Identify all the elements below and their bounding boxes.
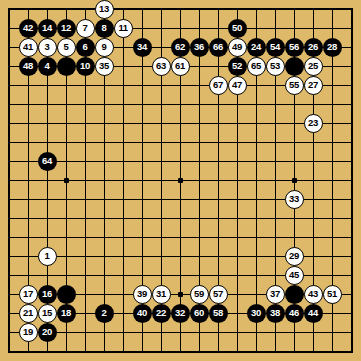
stone-white-49[interactable]: 49 — [228, 38, 247, 57]
stone-white-45[interactable]: 45 — [285, 266, 304, 285]
stone-white-33[interactable]: 33 — [285, 190, 304, 209]
stone-white-15[interactable]: 15 — [38, 304, 57, 323]
stone-black-16[interactable]: 16 — [38, 285, 57, 304]
stone-white-39[interactable]: 39 — [133, 285, 152, 304]
stone-white-55[interactable]: 55 — [285, 76, 304, 95]
stone-black-32[interactable]: 32 — [171, 304, 190, 323]
stone-black-8[interactable]: 8 — [95, 19, 114, 38]
stone-white-5[interactable]: 5 — [57, 38, 76, 57]
stone-black-58[interactable]: 58 — [209, 304, 228, 323]
stone-black-4[interactable]: 4 — [38, 57, 57, 76]
stone-white-67[interactable]: 67 — [209, 76, 228, 95]
stone-white-37[interactable]: 37 — [266, 285, 285, 304]
stone-white-17[interactable]: 17 — [19, 285, 38, 304]
stone-black-28[interactable]: 28 — [323, 38, 342, 57]
stone-black-2[interactable]: 2 — [95, 304, 114, 323]
stone-black-46[interactable]: 46 — [285, 304, 304, 323]
stone-white-43[interactable]: 43 — [304, 285, 323, 304]
stone-black-44[interactable]: 44 — [304, 304, 323, 323]
stone-black-14[interactable]: 14 — [38, 19, 57, 38]
stone-black-20[interactable]: 20 — [38, 323, 57, 342]
stone-white-53[interactable]: 53 — [266, 57, 285, 76]
stone-white-41[interactable]: 41 — [19, 38, 38, 57]
stone-white-57[interactable]: 57 — [209, 285, 228, 304]
stone-white-65[interactable]: 65 — [247, 57, 266, 76]
stone-black-26[interactable]: 26 — [304, 38, 323, 57]
stone-black-42[interactable]: 42 — [19, 19, 38, 38]
stone-black-34[interactable]: 34 — [133, 38, 152, 57]
stone-white-11[interactable]: 11 — [114, 19, 133, 38]
stone-white-9[interactable]: 9 — [95, 38, 114, 57]
stone-black-22[interactable]: 22 — [152, 304, 171, 323]
stone-white-51[interactable]: 51 — [323, 285, 342, 304]
stone-white-35[interactable]: 35 — [95, 57, 114, 76]
stone-black-handicap[interactable] — [57, 285, 76, 304]
stone-black-handicap[interactable] — [285, 285, 304, 304]
stone-white-31[interactable]: 31 — [152, 285, 171, 304]
stone-black-12[interactable]: 12 — [57, 19, 76, 38]
stone-black-64[interactable]: 64 — [38, 152, 57, 171]
stone-black-36[interactable]: 36 — [190, 38, 209, 57]
stone-white-23[interactable]: 23 — [304, 114, 323, 133]
stone-black-50[interactable]: 50 — [228, 19, 247, 38]
stone-black-62[interactable]: 62 — [171, 38, 190, 57]
stone-white-1[interactable]: 1 — [38, 247, 57, 266]
stone-black-54[interactable]: 54 — [266, 38, 285, 57]
stone-black-38[interactable]: 38 — [266, 304, 285, 323]
stone-white-13[interactable]: 13 — [95, 0, 114, 19]
go-board[interactable]: 1234567891011121314151617181920212223242… — [0, 0, 361, 361]
stone-white-29[interactable]: 29 — [285, 247, 304, 266]
stone-white-3[interactable]: 3 — [38, 38, 57, 57]
stone-white-61[interactable]: 61 — [171, 57, 190, 76]
stone-black-40[interactable]: 40 — [133, 304, 152, 323]
stone-black-handicap[interactable] — [285, 57, 304, 76]
stone-black-10[interactable]: 10 — [76, 57, 95, 76]
stone-white-25[interactable]: 25 — [304, 57, 323, 76]
stone-white-47[interactable]: 47 — [228, 76, 247, 95]
stone-black-48[interactable]: 48 — [19, 57, 38, 76]
stone-white-7[interactable]: 7 — [76, 19, 95, 38]
stone-black-30[interactable]: 30 — [247, 304, 266, 323]
stone-white-59[interactable]: 59 — [190, 285, 209, 304]
stone-black-handicap[interactable] — [57, 57, 76, 76]
stones-layer: 1234567891011121314151617181920212223242… — [0, 0, 361, 361]
stone-black-60[interactable]: 60 — [190, 304, 209, 323]
stone-white-21[interactable]: 21 — [19, 304, 38, 323]
stone-black-66[interactable]: 66 — [209, 38, 228, 57]
stone-black-24[interactable]: 24 — [247, 38, 266, 57]
stone-white-63[interactable]: 63 — [152, 57, 171, 76]
stone-black-56[interactable]: 56 — [285, 38, 304, 57]
stone-black-6[interactable]: 6 — [76, 38, 95, 57]
stone-white-27[interactable]: 27 — [304, 76, 323, 95]
stone-white-19[interactable]: 19 — [19, 323, 38, 342]
stone-black-18[interactable]: 18 — [57, 304, 76, 323]
stone-black-52[interactable]: 52 — [228, 57, 247, 76]
